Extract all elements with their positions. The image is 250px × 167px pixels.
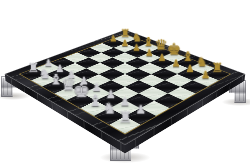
square-d5	[112, 63, 138, 74]
chess-board: ♜♞♝♛♚♝♞♜♟♟♟♟♟♟♟♟♟♟♟♟♟♟♟♟♜♞♝♛♚♝♞♜	[5, 30, 245, 145]
white-rook: ♜	[114, 109, 136, 125]
board-grid: ♜♞♝♛♚♝♞♜♟♟♟♟♟♟♟♟♟♟♟♟♟♟♟♟♜♞♝♛♚♝♞♜	[19, 34, 231, 134]
square-h1: ♜	[109, 116, 141, 134]
chess-set-photo: ♜♞♝♛♚♝♞♜♟♟♟♟♟♟♟♟♟♟♟♟♟♟♟♟♜♞♝♛♚♝♞♜	[0, 0, 250, 167]
black-pawn: ♟	[196, 70, 215, 80]
